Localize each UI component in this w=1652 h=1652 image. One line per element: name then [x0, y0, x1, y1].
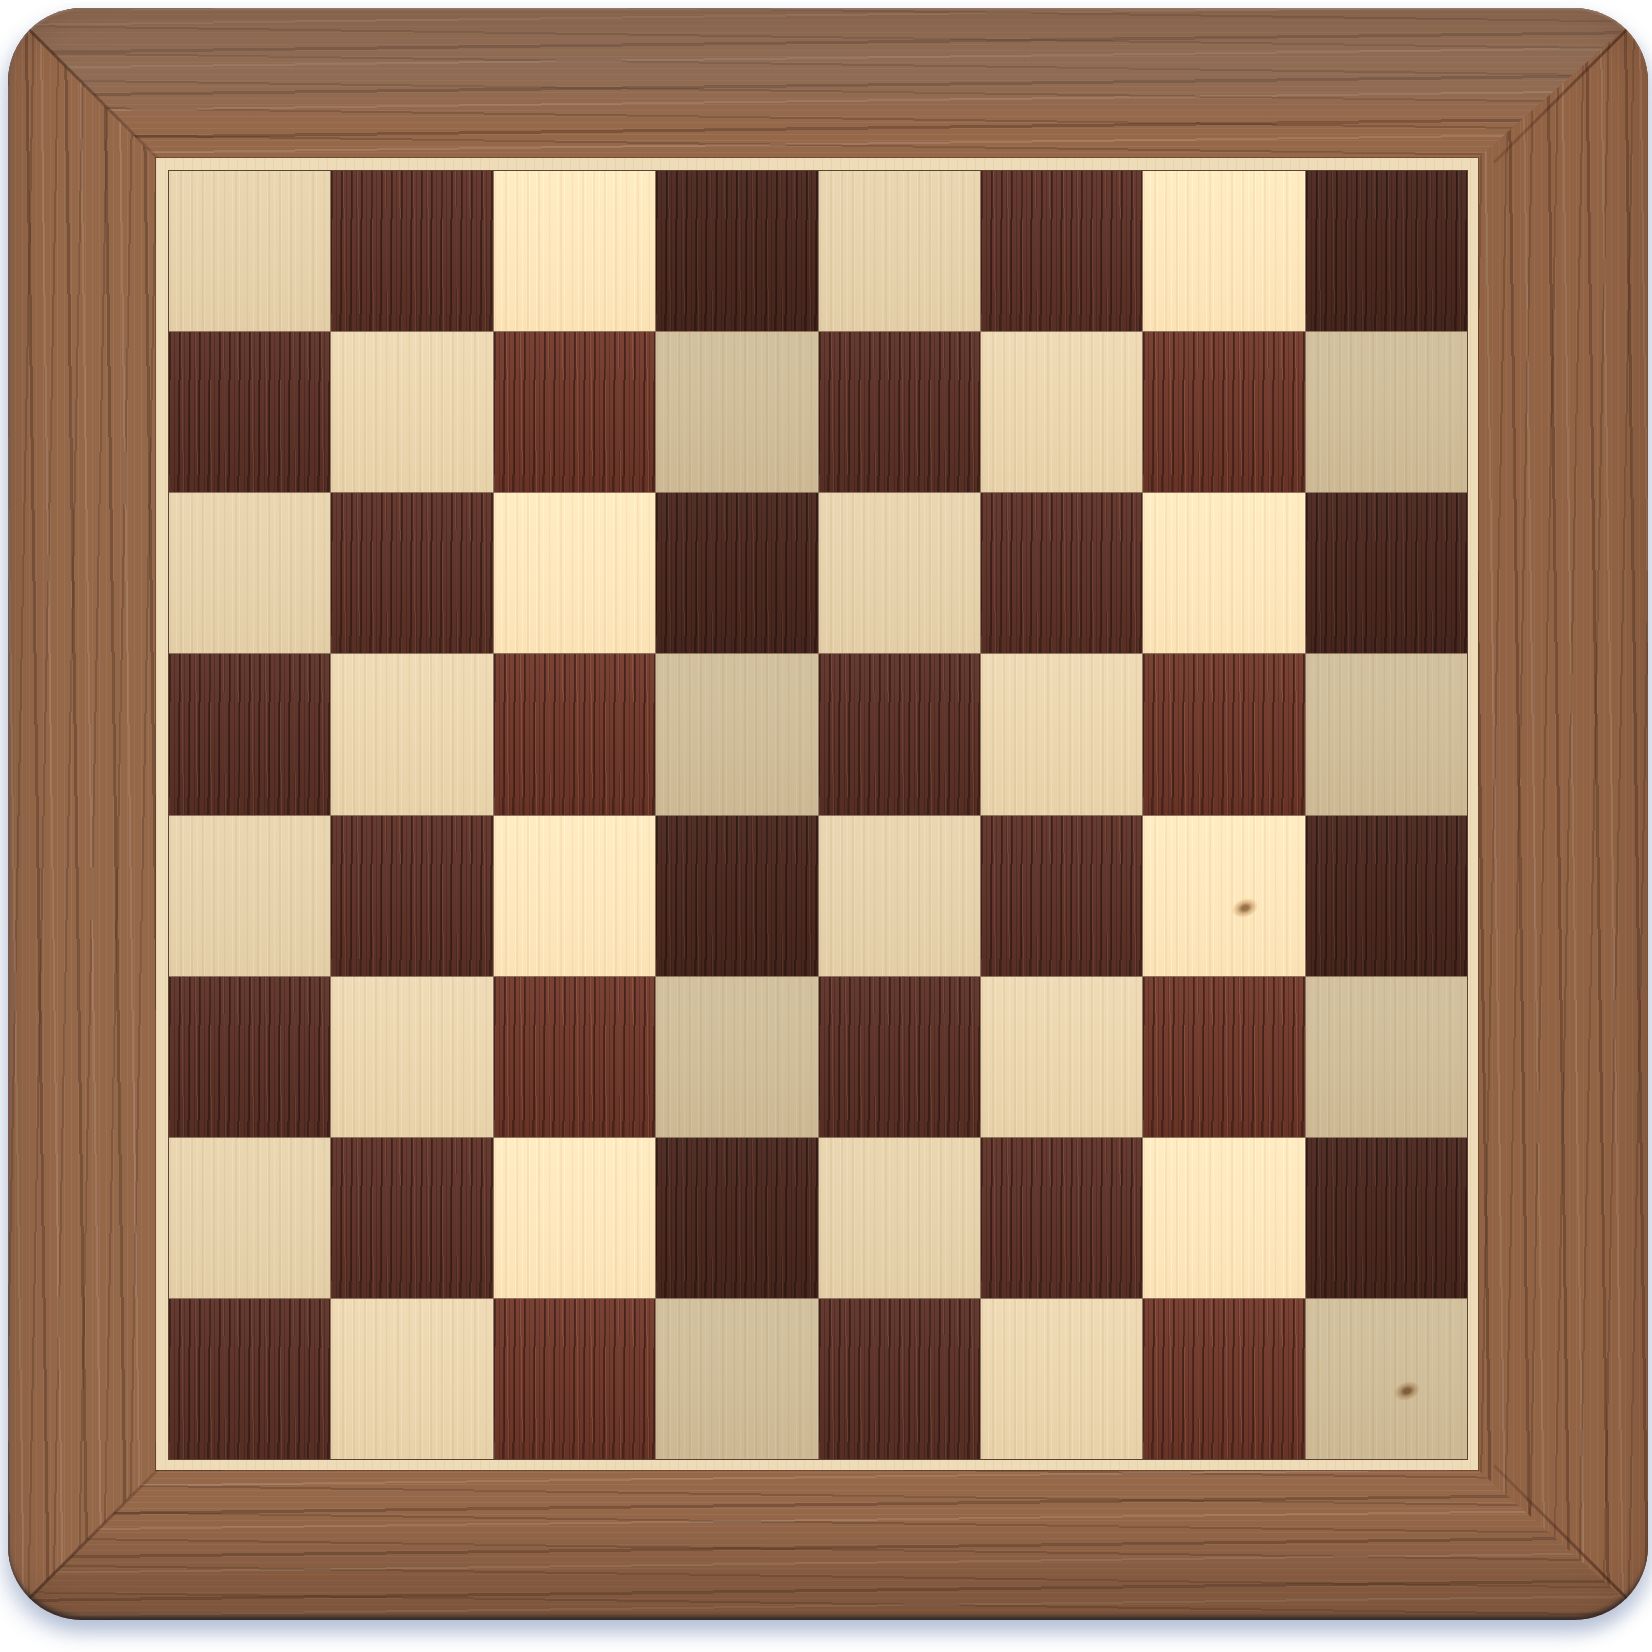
square-d1[interactable]	[656, 1299, 817, 1459]
square-c8[interactable]	[494, 171, 655, 331]
square-g8[interactable]	[1143, 171, 1304, 331]
square-g2[interactable]	[1143, 1138, 1304, 1298]
square-a1[interactable]	[169, 1299, 330, 1459]
wood-knot	[1392, 1379, 1422, 1404]
square-f7[interactable]	[981, 332, 1142, 492]
square-h7[interactable]	[1306, 332, 1467, 492]
square-f3[interactable]	[981, 977, 1142, 1137]
square-c1[interactable]	[494, 1299, 655, 1459]
square-b8[interactable]	[331, 171, 492, 331]
square-a5[interactable]	[169, 654, 330, 814]
square-a6[interactable]	[169, 493, 330, 653]
square-f1[interactable]	[981, 1299, 1142, 1459]
square-c2[interactable]	[494, 1138, 655, 1298]
square-e1[interactable]	[819, 1299, 980, 1459]
square-b5[interactable]	[331, 654, 492, 814]
square-d4[interactable]	[656, 816, 817, 976]
square-d7[interactable]	[656, 332, 817, 492]
square-c7[interactable]	[494, 332, 655, 492]
square-a3[interactable]	[169, 977, 330, 1137]
square-b4[interactable]	[331, 816, 492, 976]
square-b3[interactable]	[331, 977, 492, 1137]
square-d5[interactable]	[656, 654, 817, 814]
square-d2[interactable]	[656, 1138, 817, 1298]
square-h6[interactable]	[1306, 493, 1467, 653]
square-d6[interactable]	[656, 493, 817, 653]
square-g5[interactable]	[1143, 654, 1304, 814]
square-e4[interactable]	[819, 816, 980, 976]
square-h8[interactable]	[1306, 171, 1467, 331]
square-e2[interactable]	[819, 1138, 980, 1298]
square-g6[interactable]	[1143, 493, 1304, 653]
square-b2[interactable]	[331, 1138, 492, 1298]
square-g4[interactable]	[1143, 816, 1304, 976]
square-e7[interactable]	[819, 332, 980, 492]
square-f4[interactable]	[981, 816, 1142, 976]
square-f6[interactable]	[981, 493, 1142, 653]
square-e3[interactable]	[819, 977, 980, 1137]
square-c3[interactable]	[494, 977, 655, 1137]
square-b6[interactable]	[331, 493, 492, 653]
square-b1[interactable]	[331, 1299, 492, 1459]
square-g3[interactable]	[1143, 977, 1304, 1137]
square-h3[interactable]	[1306, 977, 1467, 1137]
square-d3[interactable]	[656, 977, 817, 1137]
square-d8[interactable]	[656, 171, 817, 331]
wood-knot	[1230, 895, 1260, 920]
square-h1[interactable]	[1306, 1299, 1467, 1459]
maple-border-inlay	[156, 158, 1478, 1470]
chess-board	[8, 8, 1648, 1620]
square-c5[interactable]	[494, 654, 655, 814]
square-g7[interactable]	[1143, 332, 1304, 492]
square-a8[interactable]	[169, 171, 330, 331]
square-e8[interactable]	[819, 171, 980, 331]
square-a2[interactable]	[169, 1138, 330, 1298]
square-g1[interactable]	[1143, 1299, 1304, 1459]
square-a7[interactable]	[169, 332, 330, 492]
square-f8[interactable]	[981, 171, 1142, 331]
photo-background	[0, 0, 1652, 1652]
square-h5[interactable]	[1306, 654, 1467, 814]
square-b7[interactable]	[331, 332, 492, 492]
square-h2[interactable]	[1306, 1138, 1467, 1298]
square-e5[interactable]	[819, 654, 980, 814]
board-grid	[168, 170, 1468, 1460]
square-c6[interactable]	[494, 493, 655, 653]
square-f5[interactable]	[981, 654, 1142, 814]
square-c4[interactable]	[494, 816, 655, 976]
square-e6[interactable]	[819, 493, 980, 653]
square-f2[interactable]	[981, 1138, 1142, 1298]
square-h4[interactable]	[1306, 816, 1467, 976]
square-a4[interactable]	[169, 816, 330, 976]
